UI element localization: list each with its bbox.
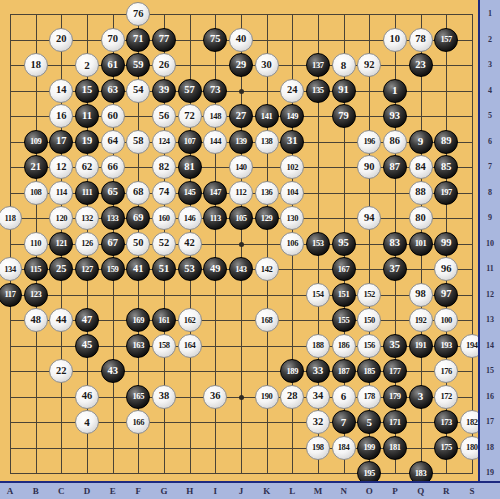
black-stone-189[interactable]: 189: [280, 359, 304, 383]
black-stone-43[interactable]: 43: [101, 359, 125, 383]
black-stone-29[interactable]: 29: [229, 53, 253, 77]
black-stone-139[interactable]: 139: [229, 130, 253, 154]
stones-grid: 1234567891011121415161718192021222324252…: [0, 1, 485, 486]
column-label-F: F: [130, 486, 146, 496]
white-stone-76[interactable]: 76: [126, 2, 150, 26]
white-stone-176[interactable]: 176: [434, 359, 458, 383]
black-stone-45[interactable]: 45: [75, 334, 99, 358]
black-stone-137[interactable]: 137: [306, 53, 330, 77]
black-stone-1[interactable]: 1: [383, 79, 407, 103]
white-stone-148[interactable]: 148: [203, 104, 227, 128]
black-stone-115[interactable]: 115: [24, 257, 48, 281]
white-stone-114[interactable]: 114: [49, 181, 73, 205]
black-stone-153[interactable]: 153: [306, 232, 330, 256]
column-label-I: I: [207, 486, 223, 496]
black-stone-5[interactable]: 5: [357, 410, 381, 434]
black-stone-3[interactable]: 3: [409, 385, 433, 409]
black-stone-11[interactable]: 11: [75, 104, 99, 128]
black-stone-9[interactable]: 9: [409, 130, 433, 154]
row-label-3: 3: [480, 60, 500, 69]
black-stone-69[interactable]: 69: [126, 206, 150, 230]
white-stone-36[interactable]: 36: [203, 385, 227, 409]
white-stone-52[interactable]: 52: [152, 232, 176, 256]
white-stone-82[interactable]: 82: [152, 155, 176, 179]
column-label-J: J: [233, 486, 249, 496]
white-stone-84[interactable]: 84: [409, 155, 433, 179]
white-stone-162[interactable]: 162: [178, 308, 202, 332]
white-stone-28[interactable]: 28: [280, 385, 304, 409]
white-stone-178[interactable]: 178: [357, 385, 381, 409]
white-stone-126[interactable]: 126: [75, 232, 99, 256]
black-stone-27[interactable]: 27: [229, 104, 253, 128]
black-stone-193[interactable]: 193: [434, 334, 458, 358]
black-stone-129[interactable]: 129: [255, 206, 279, 230]
row-label-2: 2: [480, 35, 500, 44]
white-stone-134[interactable]: 134: [0, 257, 22, 281]
black-stone-65[interactable]: 65: [101, 181, 125, 205]
white-stone-24[interactable]: 24: [280, 79, 304, 103]
white-stone-56[interactable]: 56: [152, 104, 176, 128]
row-label-13: 13: [480, 315, 500, 324]
black-stone-163[interactable]: 163: [126, 334, 150, 358]
column-label-M: M: [310, 486, 326, 496]
white-stone-150[interactable]: 150: [357, 308, 381, 332]
white-stone-12[interactable]: 12: [49, 155, 73, 179]
black-stone-99[interactable]: 99: [434, 232, 458, 256]
white-stone-190[interactable]: 190: [255, 385, 279, 409]
black-stone-199[interactable]: 199: [357, 436, 381, 460]
white-stone-112[interactable]: 112: [229, 181, 253, 205]
white-stone-120[interactable]: 120: [49, 206, 73, 230]
white-stone-88[interactable]: 88: [409, 181, 433, 205]
black-stone-101[interactable]: 101: [409, 232, 433, 256]
white-stone-60[interactable]: 60: [101, 104, 125, 128]
black-stone-155[interactable]: 155: [332, 308, 356, 332]
black-stone-143[interactable]: 143: [229, 257, 253, 281]
white-stone-92[interactable]: 92: [357, 53, 381, 77]
column-label-B: B: [28, 486, 44, 496]
white-stone-66[interactable]: 66: [101, 155, 125, 179]
white-stone-198[interactable]: 198: [306, 436, 330, 460]
black-stone-95[interactable]: 95: [332, 232, 356, 256]
black-stone-39[interactable]: 39: [152, 79, 176, 103]
white-stone-102[interactable]: 102: [280, 155, 304, 179]
black-stone-37[interactable]: 37: [383, 257, 407, 281]
column-label-C: C: [53, 486, 69, 496]
black-stone-181[interactable]: 181: [383, 436, 407, 460]
column-label-R: R: [438, 486, 454, 496]
black-stone-7[interactable]: 7: [332, 410, 356, 434]
white-stone-138[interactable]: 138: [255, 130, 279, 154]
white-stone-152[interactable]: 152: [357, 283, 381, 307]
row-label-4: 4: [480, 86, 500, 95]
white-stone-34[interactable]: 34: [306, 385, 330, 409]
black-stone-59[interactable]: 59: [126, 53, 150, 77]
black-stone-123[interactable]: 123: [24, 283, 48, 307]
white-stone-50[interactable]: 50: [126, 232, 150, 256]
white-stone-2[interactable]: 2: [75, 53, 99, 77]
white-stone-6[interactable]: 6: [332, 385, 356, 409]
white-stone-32[interactable]: 32: [306, 410, 330, 434]
white-stone-86[interactable]: 86: [383, 130, 407, 154]
black-stone-17[interactable]: 17: [49, 130, 73, 154]
white-stone-172[interactable]: 172: [434, 385, 458, 409]
column-label-O: O: [361, 486, 377, 496]
white-stone-30[interactable]: 30: [255, 53, 279, 77]
black-stone-169[interactable]: 169: [126, 308, 150, 332]
white-stone-26[interactable]: 26: [152, 53, 176, 77]
black-stone-109[interactable]: 109: [24, 130, 48, 154]
black-stone-93[interactable]: 93: [383, 104, 407, 128]
white-stone-22[interactable]: 22: [49, 359, 73, 383]
white-stone-104[interactable]: 104: [280, 181, 304, 205]
black-stone-159[interactable]: 159: [101, 257, 125, 281]
black-stone-31[interactable]: 31: [280, 130, 304, 154]
white-stone-140[interactable]: 140: [229, 155, 253, 179]
white-stone-166[interactable]: 166: [126, 410, 150, 434]
white-stone-196[interactable]: 196: [357, 130, 381, 154]
white-stone-110[interactable]: 110: [24, 232, 48, 256]
white-stone-4[interactable]: 4: [75, 410, 99, 434]
black-stone-171[interactable]: 171: [383, 410, 407, 434]
white-stone-14[interactable]: 14: [49, 79, 73, 103]
column-label-A: A: [2, 486, 18, 496]
black-stone-79[interactable]: 79: [332, 104, 356, 128]
black-stone-161[interactable]: 161: [152, 308, 176, 332]
row-label-5: 5: [480, 111, 500, 120]
white-stone-94[interactable]: 94: [357, 206, 381, 230]
white-stone-168[interactable]: 168: [255, 308, 279, 332]
black-stone-149[interactable]: 149: [280, 104, 304, 128]
black-stone-105[interactable]: 105: [229, 206, 253, 230]
black-stone-141[interactable]: 141: [255, 104, 279, 128]
white-stone-192[interactable]: 192: [409, 308, 433, 332]
white-stone-20[interactable]: 20: [49, 28, 73, 52]
black-stone-83[interactable]: 83: [383, 232, 407, 256]
white-stone-100[interactable]: 100: [434, 308, 458, 332]
row-label-17: 17: [480, 417, 500, 426]
black-stone-57[interactable]: 57: [178, 79, 202, 103]
white-stone-164[interactable]: 164: [178, 334, 202, 358]
black-stone-85[interactable]: 85: [434, 155, 458, 179]
column-label-H: H: [182, 486, 198, 496]
white-stone-78[interactable]: 78: [409, 28, 433, 52]
row-label-1: 1: [480, 9, 500, 18]
black-stone-135[interactable]: 135: [306, 79, 330, 103]
row-label-7: 7: [480, 162, 500, 171]
white-stone-68[interactable]: 68: [126, 181, 150, 205]
black-stone-33[interactable]: 33: [306, 359, 330, 383]
column-label-D: D: [79, 486, 95, 496]
black-stone-145[interactable]: 145: [178, 181, 202, 205]
white-stone-90[interactable]: 90: [357, 155, 381, 179]
white-stone-132[interactable]: 132: [75, 206, 99, 230]
black-stone-91[interactable]: 91: [332, 79, 356, 103]
white-stone-48[interactable]: 48: [24, 308, 48, 332]
white-stone-72[interactable]: 72: [178, 104, 202, 128]
black-stone-157[interactable]: 157: [434, 28, 458, 52]
black-stone-177[interactable]: 177: [383, 359, 407, 383]
black-stone-53[interactable]: 53: [178, 257, 202, 281]
black-stone-97[interactable]: 97: [434, 283, 458, 307]
black-stone-191[interactable]: 191: [409, 334, 433, 358]
black-stone-87[interactable]: 87: [383, 155, 407, 179]
white-stone-184[interactable]: 184: [332, 436, 356, 460]
row-label-8: 8: [480, 188, 500, 197]
white-stone-38[interactable]: 38: [152, 385, 176, 409]
black-stone-133[interactable]: 133: [101, 206, 125, 230]
black-stone-35[interactable]: 35: [383, 334, 407, 358]
white-stone-142[interactable]: 142: [255, 257, 279, 281]
black-stone-113[interactable]: 113: [203, 206, 227, 230]
black-stone-67[interactable]: 67: [101, 232, 125, 256]
white-stone-16[interactable]: 16: [49, 104, 73, 128]
row-label-15: 15: [480, 366, 500, 375]
black-stone-49[interactable]: 49: [203, 257, 227, 281]
white-stone-156[interactable]: 156: [357, 334, 381, 358]
black-stone-179[interactable]: 179: [383, 385, 407, 409]
black-stone-51[interactable]: 51: [152, 257, 176, 281]
row-label-18: 18: [480, 443, 500, 452]
black-stone-175[interactable]: 175: [434, 436, 458, 460]
black-stone-71[interactable]: 71: [126, 28, 150, 52]
black-stone-151[interactable]: 151: [332, 283, 356, 307]
white-stone-18[interactable]: 18: [24, 53, 48, 77]
column-label-Q: Q: [413, 486, 429, 496]
black-stone-197[interactable]: 197: [434, 181, 458, 205]
row-label-19: 19: [480, 468, 500, 477]
white-stone-70[interactable]: 70: [101, 28, 125, 52]
white-stone-186[interactable]: 186: [332, 334, 356, 358]
black-stone-167[interactable]: 167: [332, 257, 356, 281]
white-stone-80[interactable]: 80: [409, 206, 433, 230]
white-stone-46[interactable]: 46: [75, 385, 99, 409]
white-stone-58[interactable]: 58: [126, 130, 150, 154]
black-stone-77[interactable]: 77: [152, 28, 176, 52]
white-stone-146[interactable]: 146: [178, 206, 202, 230]
black-stone-21[interactable]: 21: [24, 155, 48, 179]
white-stone-188[interactable]: 188: [306, 334, 330, 358]
black-stone-19[interactable]: 19: [75, 130, 99, 154]
row-label-12: 12: [480, 290, 500, 299]
white-stone-96[interactable]: 96: [434, 257, 458, 281]
white-stone-106[interactable]: 106: [280, 232, 304, 256]
row-label-11: 11: [480, 264, 500, 273]
black-stone-81[interactable]: 81: [178, 155, 202, 179]
white-stone-74[interactable]: 74: [152, 181, 176, 205]
white-stone-160[interactable]: 160: [152, 206, 176, 230]
white-stone-54[interactable]: 54: [126, 79, 150, 103]
black-stone-47[interactable]: 47: [75, 308, 99, 332]
black-stone-15[interactable]: 15: [75, 79, 99, 103]
black-stone-61[interactable]: 61: [101, 53, 125, 77]
row-label-10: 10: [480, 239, 500, 248]
white-stone-124[interactable]: 124: [152, 130, 176, 154]
column-label-E: E: [105, 486, 121, 496]
black-stone-173[interactable]: 173: [434, 410, 458, 434]
black-stone-147[interactable]: 147: [203, 181, 227, 205]
white-stone-8[interactable]: 8: [332, 53, 356, 77]
right-coordinate-bar: 12345678910111213141516171819: [478, 0, 500, 481]
black-stone-25[interactable]: 25: [49, 257, 73, 281]
white-stone-154[interactable]: 154: [306, 283, 330, 307]
black-stone-107[interactable]: 107: [178, 130, 202, 154]
black-stone-41[interactable]: 41: [126, 257, 150, 281]
black-stone-75[interactable]: 75: [203, 28, 227, 52]
column-label-S: S: [464, 486, 480, 496]
black-stone-187[interactable]: 187: [332, 359, 356, 383]
white-stone-64[interactable]: 64: [101, 130, 125, 154]
black-stone-127[interactable]: 127: [75, 257, 99, 281]
black-stone-121[interactable]: 121: [49, 232, 73, 256]
black-stone-111[interactable]: 111: [75, 181, 99, 205]
column-label-P: P: [387, 486, 403, 496]
black-stone-165[interactable]: 165: [126, 385, 150, 409]
white-stone-158[interactable]: 158: [152, 334, 176, 358]
white-stone-40[interactable]: 40: [229, 28, 253, 52]
black-stone-89[interactable]: 89: [434, 130, 458, 154]
black-stone-185[interactable]: 185: [357, 359, 381, 383]
go-board-diagram[interactable]: 1234567891011121415161718192021222324252…: [0, 0, 500, 499]
white-stone-44[interactable]: 44: [49, 308, 73, 332]
white-stone-144[interactable]: 144: [203, 130, 227, 154]
column-label-K: K: [259, 486, 275, 496]
white-stone-136[interactable]: 136: [255, 181, 279, 205]
black-stone-117[interactable]: 117: [0, 283, 22, 307]
black-stone-63[interactable]: 63: [101, 79, 125, 103]
row-label-9: 9: [480, 213, 500, 222]
white-stone-108[interactable]: 108: [24, 181, 48, 205]
white-stone-118[interactable]: 118: [0, 206, 22, 230]
white-stone-62[interactable]: 62: [75, 155, 99, 179]
column-label-L: L: [284, 486, 300, 496]
black-stone-73[interactable]: 73: [203, 79, 227, 103]
white-stone-42[interactable]: 42: [178, 232, 202, 256]
column-label-N: N: [336, 486, 352, 496]
row-label-6: 6: [480, 137, 500, 146]
white-stone-130[interactable]: 130: [280, 206, 304, 230]
column-label-G: G: [156, 486, 172, 496]
white-stone-98[interactable]: 98: [409, 283, 433, 307]
row-label-14: 14: [480, 341, 500, 350]
bottom-coordinate-bar: ABCDEFGHIJKLMNOPQRS: [0, 481, 500, 499]
black-stone-23[interactable]: 23: [409, 53, 433, 77]
row-label-16: 16: [480, 392, 500, 401]
white-stone-10[interactable]: 10: [383, 28, 407, 52]
